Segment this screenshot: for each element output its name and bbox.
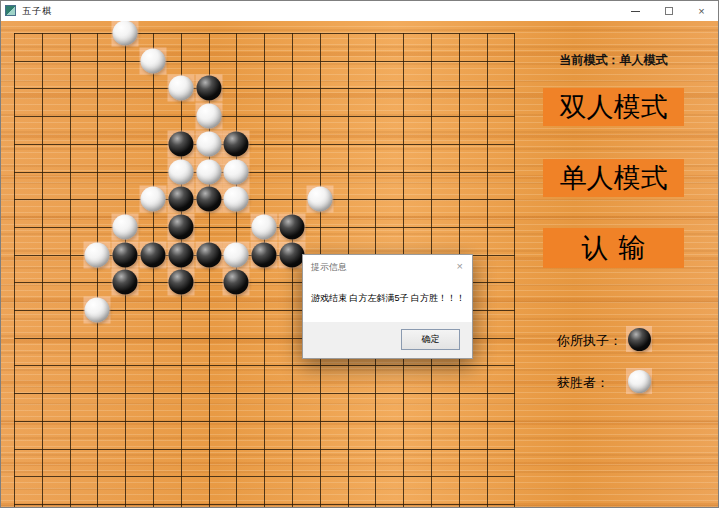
window-titlebar[interactable]: 五子棋 × bbox=[1, 1, 718, 21]
dialog-title: 提示信息 bbox=[311, 261, 347, 274]
dialog-titlebar[interactable]: 提示信息 × bbox=[303, 255, 472, 277]
black-stone bbox=[223, 269, 250, 296]
white-stone bbox=[306, 186, 333, 213]
close-button[interactable]: × bbox=[685, 1, 718, 21]
black-stone bbox=[167, 213, 194, 240]
black-stone bbox=[167, 130, 194, 157]
white-stone-icon bbox=[628, 370, 651, 393]
white-stone bbox=[195, 130, 222, 157]
white-stone bbox=[84, 241, 111, 268]
maximize-button[interactable] bbox=[652, 1, 685, 21]
window-title: 五子棋 bbox=[22, 5, 52, 18]
winner-label: 获胜者： bbox=[557, 374, 609, 392]
ok-button[interactable]: 确定 bbox=[401, 329, 460, 350]
minimize-icon bbox=[631, 11, 640, 12]
white-stone bbox=[140, 186, 167, 213]
maximize-icon bbox=[665, 7, 673, 15]
message-dialog: 提示信息 × 游戏结束 白方左斜满5子 白方胜！！！ 确定 bbox=[302, 254, 473, 359]
black-stone bbox=[167, 241, 194, 268]
black-stone bbox=[112, 269, 139, 296]
black-stone bbox=[195, 241, 222, 268]
black-stone bbox=[195, 186, 222, 213]
winner-stone bbox=[626, 368, 652, 394]
black-stone bbox=[195, 75, 222, 102]
white-stone bbox=[195, 158, 222, 185]
single-player-mode-button[interactable]: 单人模式 bbox=[543, 159, 684, 197]
white-stone bbox=[112, 213, 139, 240]
black-stone bbox=[167, 269, 194, 296]
black-stone bbox=[112, 241, 139, 268]
white-stone bbox=[251, 213, 278, 240]
white-stone bbox=[140, 47, 167, 74]
close-icon: × bbox=[698, 6, 704, 17]
white-stone bbox=[112, 21, 139, 47]
dialog-close-icon[interactable]: × bbox=[457, 260, 463, 272]
your-piece-label: 你所执子： bbox=[557, 332, 622, 350]
app-window: 五子棋 × 当前模式：单人模式 双人模式 单人模式 认输 你所执子： 获胜者： … bbox=[0, 0, 719, 508]
app-icon bbox=[5, 5, 16, 16]
white-stone bbox=[195, 103, 222, 130]
minimize-button[interactable] bbox=[619, 1, 652, 21]
dialog-button-strip: 确定 bbox=[303, 322, 472, 358]
black-stone bbox=[251, 241, 278, 268]
white-stone bbox=[223, 158, 250, 185]
black-stone bbox=[140, 241, 167, 268]
white-stone bbox=[223, 241, 250, 268]
black-stone bbox=[223, 130, 250, 157]
white-stone bbox=[167, 75, 194, 102]
white-stone bbox=[84, 297, 111, 324]
white-stone bbox=[167, 158, 194, 185]
your-piece-stone bbox=[626, 326, 652, 352]
surrender-button[interactable]: 认输 bbox=[543, 228, 684, 268]
black-stone bbox=[167, 186, 194, 213]
dialog-message: 游戏结束 白方左斜满5子 白方胜！！！ bbox=[311, 292, 465, 305]
black-stone bbox=[279, 213, 306, 240]
two-player-mode-button[interactable]: 双人模式 bbox=[543, 88, 684, 126]
current-mode-label: 当前模式：单人模式 bbox=[541, 52, 686, 69]
white-stone bbox=[223, 186, 250, 213]
black-stone-icon bbox=[628, 328, 651, 351]
